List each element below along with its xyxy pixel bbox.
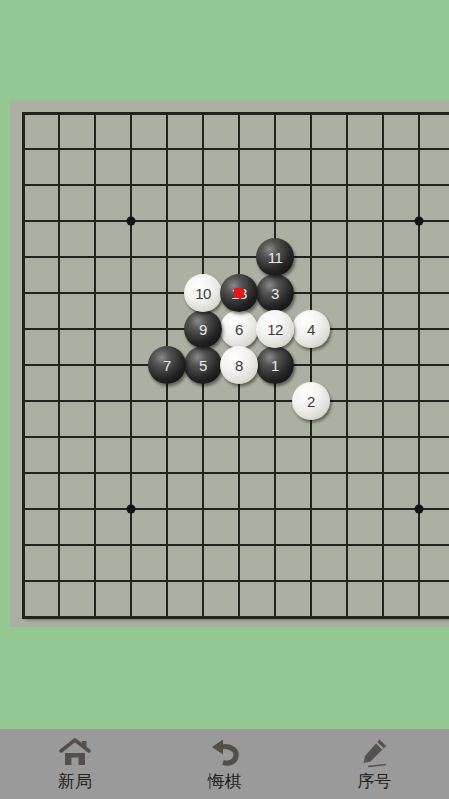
stone-8: 8 xyxy=(220,346,258,384)
grid-line-horizontal xyxy=(22,472,449,474)
stone-3: 3 xyxy=(256,274,294,312)
pencil-icon xyxy=(358,737,390,767)
stone-12: 12 xyxy=(256,310,294,348)
stone-4: 4 xyxy=(292,310,330,348)
grid-line-horizontal xyxy=(22,256,449,258)
star-point xyxy=(127,217,136,226)
star-point xyxy=(127,505,136,514)
stone-10: 10 xyxy=(184,274,222,312)
last-move-marker xyxy=(234,288,244,298)
stone-number: 3 xyxy=(271,286,279,301)
gomoku-board[interactable]: 12345678910111213 xyxy=(10,100,449,627)
grid-line-horizontal xyxy=(22,544,449,546)
stone-number: 4 xyxy=(307,322,315,337)
stone-number: 2 xyxy=(307,394,315,409)
stone-number: 8 xyxy=(235,358,243,373)
grid-line-horizontal xyxy=(22,436,449,438)
stone-6: 6 xyxy=(220,310,258,348)
grid-line-horizontal xyxy=(22,220,449,222)
board-grid: 12345678910111213 xyxy=(23,113,449,617)
numbers-button[interactable]: 序号 xyxy=(299,729,449,799)
stone-number: 10 xyxy=(195,286,211,301)
stone-number: 6 xyxy=(235,322,243,337)
app-screen: 12345678910111213 新局 悔棋 xyxy=(0,0,449,799)
grid-line-vertical xyxy=(418,112,420,619)
grid-line-horizontal xyxy=(22,400,449,402)
grid-line-vertical xyxy=(346,112,348,619)
stone-9: 9 xyxy=(184,310,222,348)
stone-7: 7 xyxy=(148,346,186,384)
stone-number: 5 xyxy=(199,358,207,373)
grid-line-horizontal xyxy=(22,508,449,510)
stone-1: 1 xyxy=(256,346,294,384)
stone-number: 1 xyxy=(271,358,279,373)
grid-line-vertical xyxy=(310,112,312,619)
undo-button[interactable]: 悔棋 xyxy=(150,729,300,799)
grid-line-vertical xyxy=(382,112,384,619)
star-point xyxy=(415,217,424,226)
bottom-toolbar: 新局 悔棋 序号 xyxy=(0,729,449,799)
grid-line-horizontal xyxy=(22,184,449,186)
stone-number: 7 xyxy=(163,358,171,373)
new-game-label: 新局 xyxy=(58,770,92,793)
stone-number: 12 xyxy=(267,322,283,337)
stone-5: 5 xyxy=(184,346,222,384)
grid-line-horizontal xyxy=(22,616,449,619)
stone-2: 2 xyxy=(292,382,330,420)
grid-line-horizontal xyxy=(22,112,449,115)
undo-icon xyxy=(209,737,241,767)
stone-11: 11 xyxy=(256,238,294,276)
numbers-label: 序号 xyxy=(357,770,391,793)
stone-number: 11 xyxy=(268,250,283,265)
star-point xyxy=(415,505,424,514)
home-icon xyxy=(57,737,93,767)
undo-label: 悔棋 xyxy=(208,770,242,793)
grid-line-horizontal xyxy=(22,148,449,150)
stone-13: 13 xyxy=(220,274,258,312)
grid-line-horizontal xyxy=(22,580,449,582)
stone-number: 9 xyxy=(199,322,207,337)
new-game-button[interactable]: 新局 xyxy=(0,729,150,799)
